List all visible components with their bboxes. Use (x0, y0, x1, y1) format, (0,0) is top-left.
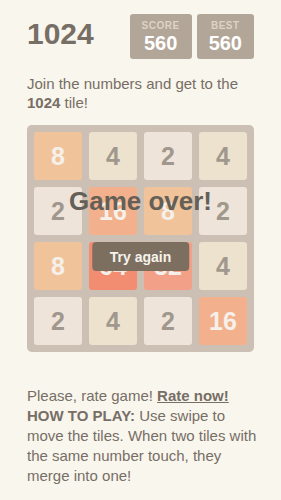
howto-label: HOW TO PLAY: (27, 407, 135, 424)
game-over-message: Game over! (27, 187, 254, 215)
howto-paragraph: HOW TO PLAY: Use swipe to move the tiles… (27, 406, 257, 486)
score-panel: SCORE 560 BEST 560 (130, 14, 254, 59)
intro-before: Join the numbers and get to the (27, 75, 238, 92)
intro-after: tile! (60, 94, 88, 111)
intro-goal: 1024 (27, 94, 60, 111)
score-box: SCORE 560 (130, 14, 192, 59)
score-value: 560 (142, 32, 180, 54)
app: 1024 SCORE 560 BEST 560 Join the numbers… (0, 14, 281, 486)
best-label: BEST (209, 20, 242, 32)
rate-text: Please, rate game! (27, 387, 157, 404)
game-board[interactable]: 84242168286432424216 Game over! Try agai… (27, 125, 254, 352)
game-over-fade (27, 125, 254, 352)
score-label: SCORE (142, 20, 180, 32)
best-box: BEST 560 (197, 14, 254, 59)
page-title: 1024 (27, 14, 94, 54)
best-value: 560 (209, 32, 242, 54)
try-again-button[interactable]: Try again (92, 242, 189, 271)
header: 1024 SCORE 560 BEST 560 (27, 14, 254, 59)
rate-now-link[interactable]: Rate now! (157, 387, 229, 404)
intro-text: Join the numbers and get to the 1024 til… (27, 74, 257, 112)
footer: Please, rate game! Rate now! HOW TO PLAY… (27, 386, 257, 486)
